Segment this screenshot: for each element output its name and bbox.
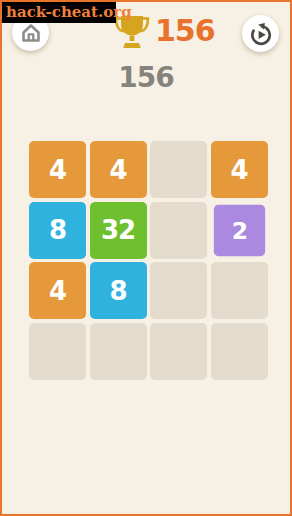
empty-cell bbox=[150, 323, 207, 380]
game-screen: hack-cheat.org 156 156 444832248 bbox=[0, 0, 292, 516]
empty-cell bbox=[150, 262, 207, 319]
empty-cell bbox=[29, 323, 86, 380]
tile-4: 4 bbox=[29, 262, 86, 319]
watermark-banner: hack-cheat.org bbox=[2, 2, 116, 23]
tile-4: 4 bbox=[211, 141, 268, 198]
empty-cell bbox=[211, 323, 268, 380]
empty-cell bbox=[90, 323, 147, 380]
tile-2: 2 bbox=[213, 204, 264, 255]
tile-8: 8 bbox=[90, 262, 147, 319]
tile-4: 4 bbox=[29, 141, 86, 198]
empty-cell bbox=[150, 202, 207, 259]
empty-cell bbox=[211, 262, 268, 319]
restart-button[interactable] bbox=[242, 15, 279, 52]
current-score: 156 bbox=[2, 63, 290, 93]
tile-32: 32 bbox=[90, 202, 147, 259]
tile-8: 8 bbox=[29, 202, 86, 259]
empty-cell bbox=[150, 141, 207, 198]
best-score-value: 156 bbox=[155, 15, 215, 47]
tile-4: 4 bbox=[90, 141, 147, 198]
board-grid[interactable]: 444832248 bbox=[29, 141, 268, 380]
restart-icon bbox=[248, 21, 274, 47]
home-icon bbox=[19, 21, 43, 45]
